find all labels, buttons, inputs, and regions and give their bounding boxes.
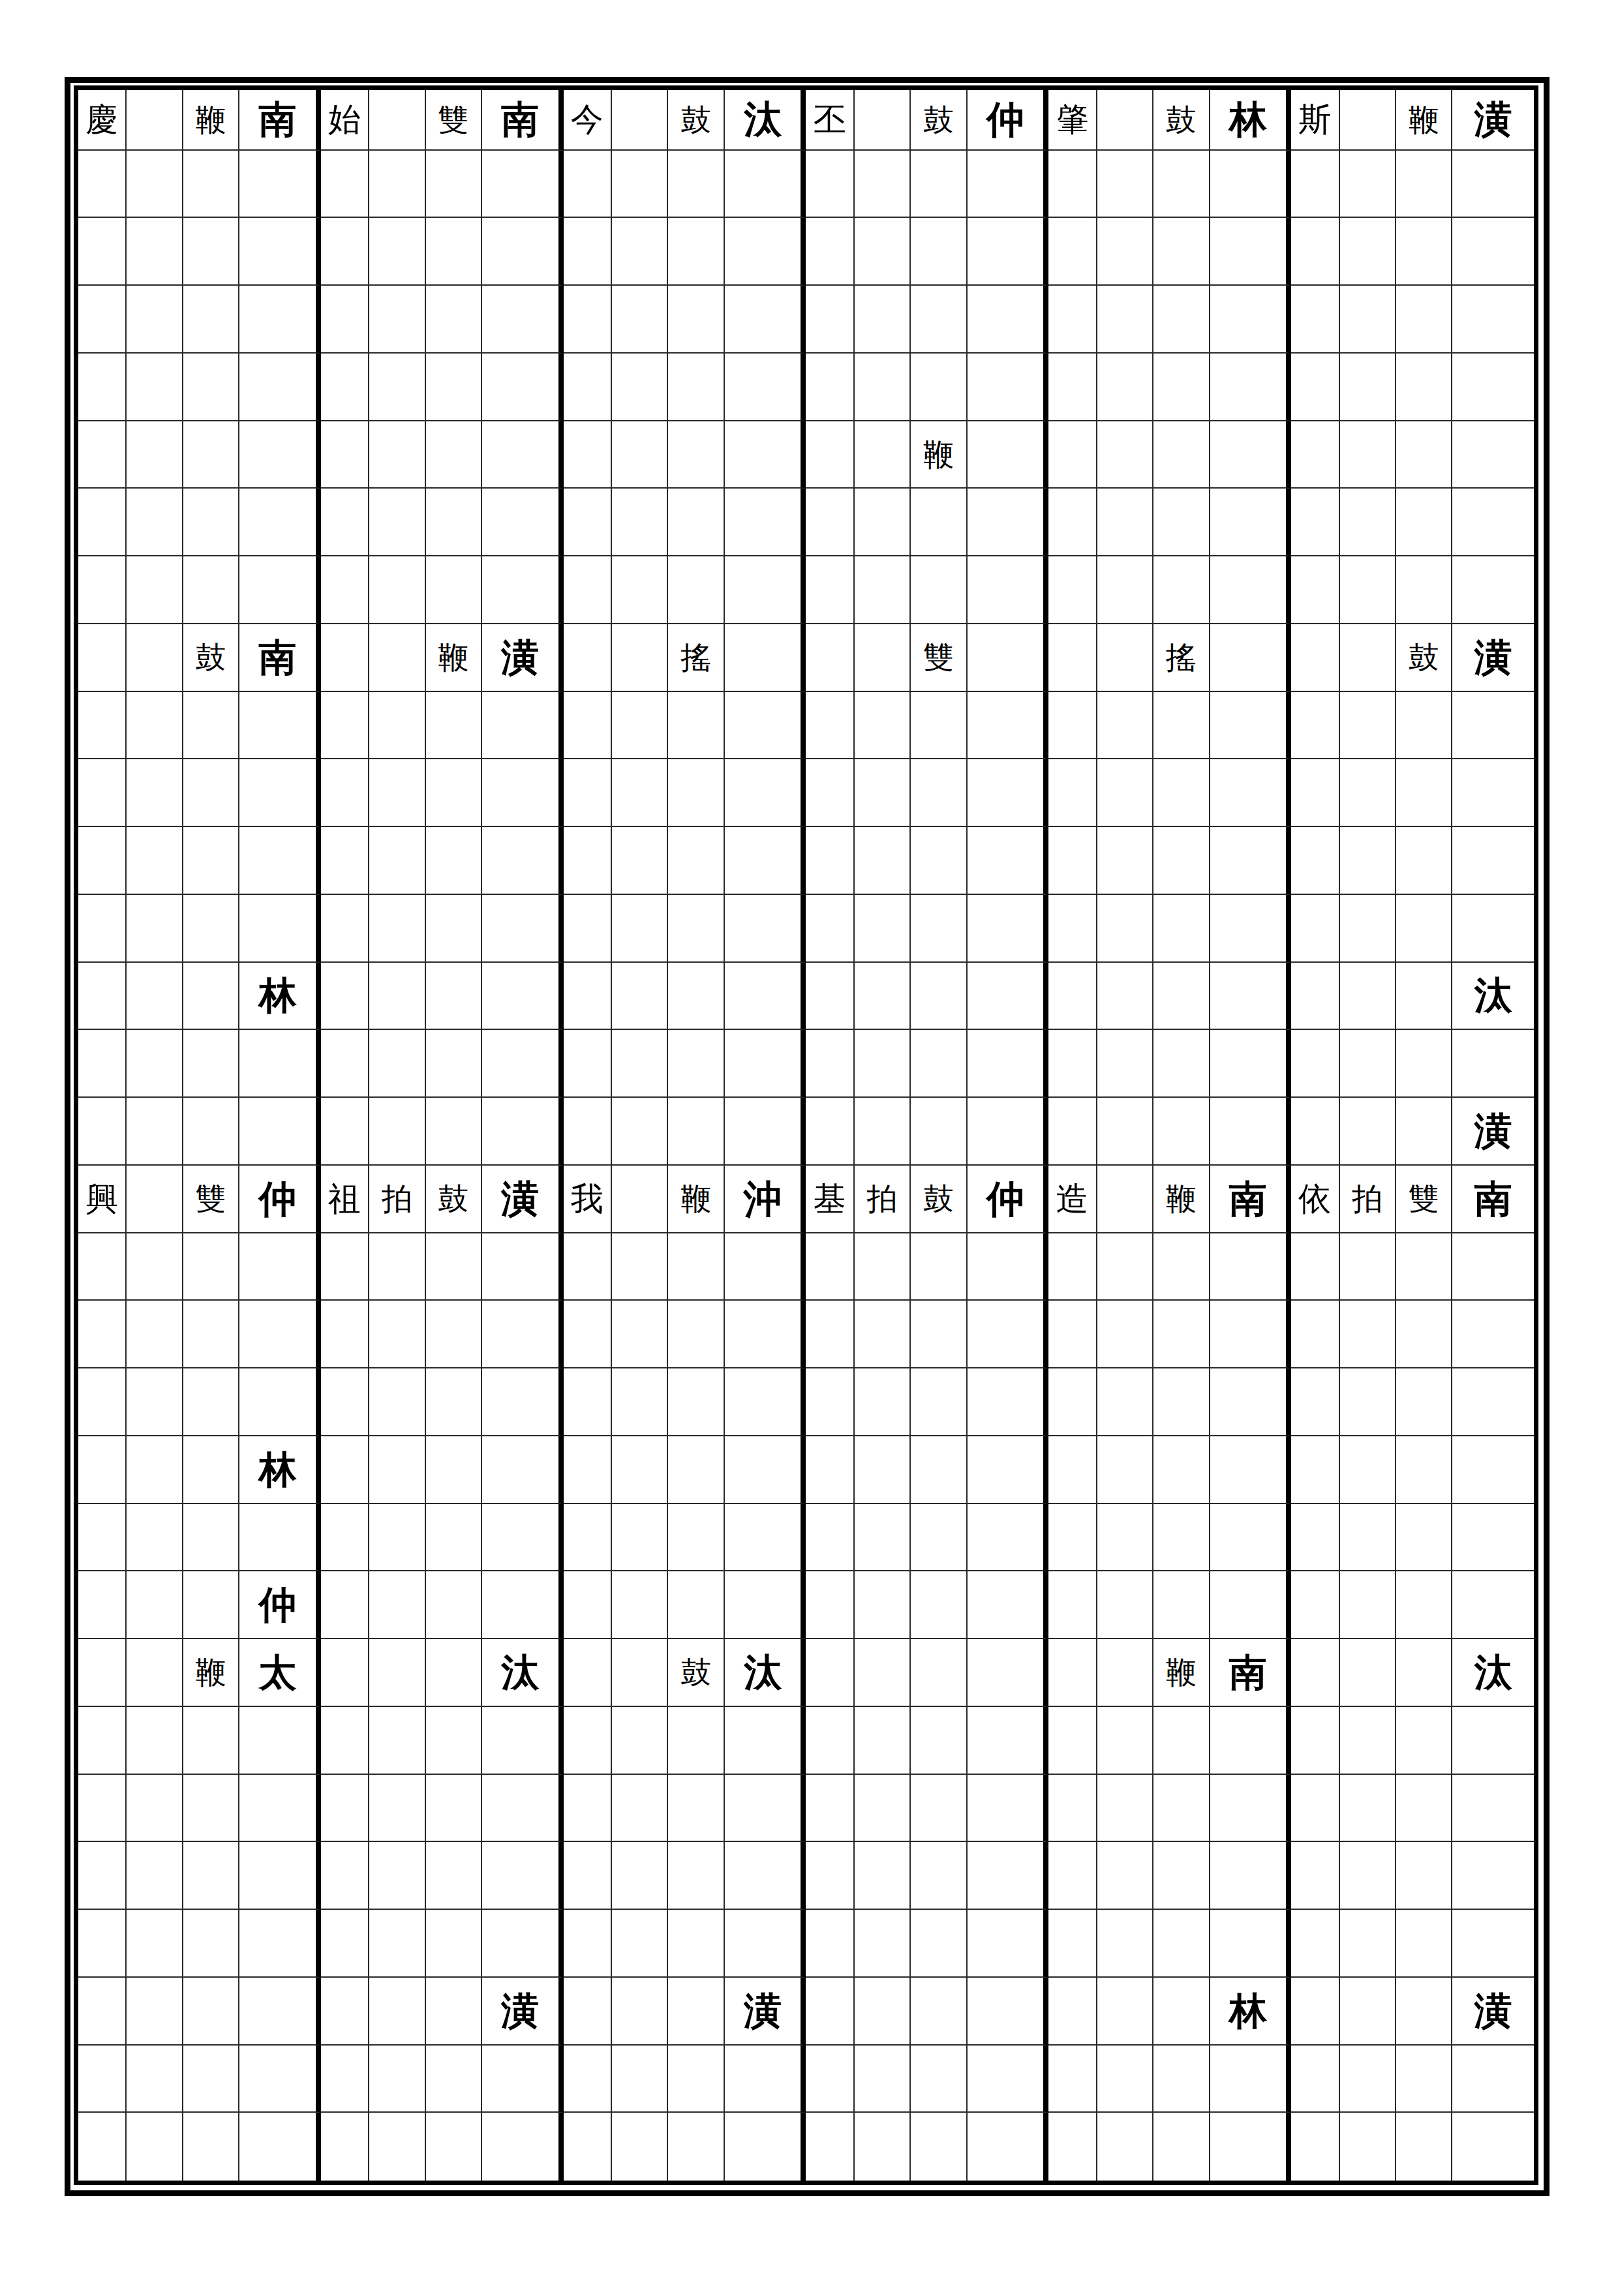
jeonggan-cell-r5c7	[426, 354, 482, 421]
jeonggan-cell-r3c8	[482, 218, 564, 286]
jeonggan-cell-r23c18	[1097, 1571, 1153, 1639]
jeonggan-cell-r2c13	[806, 151, 854, 219]
notation-char-drum: 雙	[923, 642, 954, 672]
jeonggan-cell-r15c7	[426, 1030, 482, 1098]
jeonggan-cell-r16c16	[968, 1098, 1049, 1166]
jeonggan-cell-r16c10	[612, 1098, 668, 1166]
jeonggan-cell-r5c3	[183, 354, 239, 421]
jeonggan-cell-r9c24: 潢	[1452, 624, 1534, 692]
jeonggan-cell-r19c23	[1396, 1301, 1452, 1368]
jeonggan-cell-r22c5	[321, 1504, 369, 1572]
jeonggan-cell-r14c1	[78, 963, 127, 1031]
jeonggan-cell-r18c1	[78, 1233, 127, 1301]
jeonggan-cell-r4c11	[668, 286, 724, 354]
jeonggan-cell-r22c18	[1097, 1504, 1153, 1572]
jeonggan-cell-r25c7	[426, 1707, 482, 1775]
jeonggan-cell-r6c15: 鞭	[911, 421, 967, 489]
jeonggan-cell-r20c18	[1097, 1368, 1153, 1436]
jeonggan-cell-r8c20	[1210, 556, 1292, 624]
jeonggan-cell-r18c16	[968, 1233, 1049, 1301]
jeonggan-cell-r6c2	[127, 421, 183, 489]
jeonggan-cell-r4c8	[482, 286, 564, 354]
jeonggan-cell-r18c24	[1452, 1233, 1534, 1301]
jeonggan-cell-r29c16	[968, 1978, 1049, 2046]
jeonggan-cell-r22c12	[725, 1504, 806, 1572]
jeonggan-cell-r3c16	[968, 218, 1049, 286]
jeonggan-cell-r5c5	[321, 354, 369, 421]
jeonggan-cell-r26c4	[239, 1775, 321, 1843]
jeonggan-cell-r6c12	[725, 421, 806, 489]
jeonggan-cell-r5c8	[482, 354, 564, 421]
jeonggan-cell-r21c11	[668, 1436, 724, 1504]
jeonggan-cell-r16c23	[1396, 1098, 1452, 1166]
jeonggan-cell-r29c11	[668, 1978, 724, 2046]
jeonggan-cell-r5c1	[78, 354, 127, 421]
jeonggan-cell-r24c10	[612, 1639, 668, 1707]
jeonggan-cell-r8c11	[668, 556, 724, 624]
jeonggan-cell-r6c4	[239, 421, 321, 489]
jeonggan-cell-r24c6	[369, 1639, 425, 1707]
jeonggan-cell-r19c13	[806, 1301, 854, 1368]
jeonggan-cell-r21c13	[806, 1436, 854, 1504]
jeonggan-cell-r22c3	[183, 1504, 239, 1572]
jeonggan-cell-r21c9	[564, 1436, 612, 1504]
jeonggan-cell-r18c7	[426, 1233, 482, 1301]
jeonggan-cell-r16c9	[564, 1098, 612, 1166]
jeonggan-cell-r12c23	[1396, 827, 1452, 895]
jeonggan-cell-r4c16	[968, 286, 1049, 354]
jeonggan-cell-r10c2	[127, 692, 183, 760]
jeonggan-cell-r28c17	[1048, 1910, 1097, 1978]
jeonggan-cell-r19c24	[1452, 1301, 1534, 1368]
jeonggan-cell-r25c12	[725, 1707, 806, 1775]
jeonggan-cell-r28c1	[78, 1910, 127, 1978]
jeonggan-cell-r20c2	[127, 1368, 183, 1436]
jeonggan-cell-r29c1	[78, 1978, 127, 2046]
jeonggan-cell-r2c22	[1340, 151, 1396, 219]
jeonggan-cell-r28c2	[127, 1910, 183, 1978]
jeonggan-cell-r28c16	[968, 1910, 1049, 1978]
jeonggan-cell-r2c2	[127, 151, 183, 219]
jeonggan-cell-r7c4	[239, 489, 321, 556]
jeonggan-cell-r12c15	[911, 827, 967, 895]
jeonggan-cell-r13c4	[239, 895, 321, 963]
jeonggan-cell-r4c12	[725, 286, 806, 354]
jeonggan-cell-r5c18	[1097, 354, 1153, 421]
jeonggan-cell-r23c19	[1153, 1571, 1210, 1639]
jeonggan-cell-r9c23: 鼓	[1396, 624, 1452, 692]
jeonggan-cell-r26c21	[1291, 1775, 1339, 1843]
jeonggan-cell-r20c6	[369, 1368, 425, 1436]
jeonggan-cell-r7c24	[1452, 489, 1534, 556]
jeonggan-cell-r31c18	[1097, 2113, 1153, 2181]
jeonggan-cell-r27c4	[239, 1842, 321, 1910]
jeonggan-cell-r27c17	[1048, 1842, 1097, 1910]
jeonggan-cell-r23c24	[1452, 1571, 1534, 1639]
jeonggan-cell-r9c15: 雙	[911, 624, 967, 692]
jeonggan-cell-r12c3	[183, 827, 239, 895]
jeonggan-cell-r20c4	[239, 1368, 321, 1436]
jeonggan-cell-r17c22: 拍	[1340, 1166, 1396, 1233]
jeonggan-cell-r16c19	[1153, 1098, 1210, 1166]
jeonggan-cell-r15c4	[239, 1030, 321, 1098]
jeonggan-cell-r9c8: 潢	[482, 624, 564, 692]
notation-char-drum: 鼓	[196, 642, 226, 672]
jeonggan-cell-r10c11	[668, 692, 724, 760]
notation-char-pitch: 南	[1229, 1654, 1267, 1691]
jeonggan-cell-r25c13	[806, 1707, 854, 1775]
jeonggan-cell-r3c10	[612, 218, 668, 286]
jeonggan-cell-r9c1	[78, 624, 127, 692]
jeonggan-cell-r6c18	[1097, 421, 1153, 489]
jeonggan-cell-r27c24	[1452, 1842, 1534, 1910]
jeonggan-cell-r7c16	[968, 489, 1049, 556]
jeonggan-cell-r22c11	[668, 1504, 724, 1572]
jeonggan-cell-r17c2	[127, 1166, 183, 1233]
jeonggan-cell-r15c21	[1291, 1030, 1339, 1098]
jeonggan-cell-r3c13	[806, 218, 854, 286]
jeonggan-cell-r29c5	[321, 1978, 369, 2046]
jeonggan-cell-r21c10	[612, 1436, 668, 1504]
jeonggan-cell-r22c2	[127, 1504, 183, 1572]
jeonggan-cell-r20c23	[1396, 1368, 1452, 1436]
jeonggan-cell-r30c17	[1048, 2046, 1097, 2113]
jeonggan-cell-r17c1: 興	[78, 1166, 127, 1233]
jeonggan-cell-r3c24	[1452, 218, 1534, 286]
jeonggan-cell-r6c11	[668, 421, 724, 489]
jeonggan-cell-r12c4	[239, 827, 321, 895]
jeonggan-cell-r1c13: 丕	[806, 90, 854, 151]
jeonggan-cell-r14c6	[369, 963, 425, 1031]
jeonggan-cell-r24c24: 汰	[1452, 1639, 1534, 1707]
jeonggan-cell-r18c12	[725, 1233, 806, 1301]
jeonggan-cell-r30c10	[612, 2046, 668, 2113]
jeonggan-cell-r24c22	[1340, 1639, 1396, 1707]
jeonggan-cell-r7c19	[1153, 489, 1210, 556]
jeonggan-cell-r27c12	[725, 1842, 806, 1910]
jeonggan-cell-r22c19	[1153, 1504, 1210, 1572]
jeonggan-cell-r26c13	[806, 1775, 854, 1843]
jeonggan-cell-r1c8: 南	[482, 90, 564, 151]
jeonggan-cell-r26c8	[482, 1775, 564, 1843]
jeonggan-cell-r2c9	[564, 151, 612, 219]
jeonggan-cell-r31c14	[855, 2113, 911, 2181]
jeonggan-cell-r14c15	[911, 963, 967, 1031]
jeonggan-cell-r11c6	[369, 759, 425, 827]
jeonggan-cell-r27c6	[369, 1842, 425, 1910]
jeonggan-cell-r17c10	[612, 1166, 668, 1233]
jeonggan-cell-r13c1	[78, 895, 127, 963]
jeonggan-cell-r30c9	[564, 2046, 612, 2113]
jeonggan-cell-r2c7	[426, 151, 482, 219]
jeonggan-cell-r28c4	[239, 1910, 321, 1978]
jeonggan-cell-r20c16	[968, 1368, 1049, 1436]
jeonggan-cell-r28c8	[482, 1910, 564, 1978]
notation-char-pitch: 潢	[1474, 639, 1512, 676]
notation-char-lyric: 基	[814, 1183, 846, 1215]
jeonggan-cell-r7c11	[668, 489, 724, 556]
jeonggan-cell-r9c17	[1048, 624, 1097, 692]
jeonggan-cell-r23c11	[668, 1571, 724, 1639]
jeonggan-cell-r25c20	[1210, 1707, 1292, 1775]
jeonggan-cell-r24c9	[564, 1639, 612, 1707]
jeonggan-cell-r27c14	[855, 1842, 911, 1910]
jeonggan-cell-r5c11	[668, 354, 724, 421]
notation-char-drum: 鞭	[1166, 1657, 1197, 1687]
jeonggan-cell-r17c7: 鼓	[426, 1166, 482, 1233]
jeonggan-cell-r13c5	[321, 895, 369, 963]
jeonggan-cell-r19c4	[239, 1301, 321, 1368]
jeonggan-cell-r4c13	[806, 286, 854, 354]
jeonggan-cell-r7c17	[1048, 489, 1097, 556]
jeonggan-cell-r13c9	[564, 895, 612, 963]
jeonggan-cell-r7c10	[612, 489, 668, 556]
jeonggan-cell-r15c16	[968, 1030, 1049, 1098]
jeonggan-cell-r24c1	[78, 1639, 127, 1707]
jeonggan-cell-r27c8	[482, 1842, 564, 1910]
jeonggan-cell-r11c23	[1396, 759, 1452, 827]
jeonggan-cell-r1c6	[369, 90, 425, 151]
jeonggan-cell-r19c5	[321, 1301, 369, 1368]
jeonggan-cell-r30c24	[1452, 2046, 1534, 2113]
jeonggan-cell-r23c7	[426, 1571, 482, 1639]
jeonggan-cell-r18c2	[127, 1233, 183, 1301]
jeonggan-cell-r12c11	[668, 827, 724, 895]
jeonggan-cell-r26c3	[183, 1775, 239, 1843]
jeonggan-cell-r27c23	[1396, 1842, 1452, 1910]
jeonggan-cell-r1c18	[1097, 90, 1153, 151]
jeonggan-cell-r17c13: 基	[806, 1166, 854, 1233]
jeonggan-cell-r18c5	[321, 1233, 369, 1301]
jeonggan-cell-r14c18	[1097, 963, 1153, 1031]
jeonggan-cell-r1c21: 斯	[1291, 90, 1339, 151]
jeonggan-cell-r22c7	[426, 1504, 482, 1572]
jeonggan-cell-r28c14	[855, 1910, 911, 1978]
jeonggan-cell-r19c10	[612, 1301, 668, 1368]
jeonggan-cell-r10c20	[1210, 692, 1292, 760]
jeonggan-cell-r6c22	[1340, 421, 1396, 489]
jeonggan-cell-r11c17	[1048, 759, 1097, 827]
jeonggan-cell-r5c22	[1340, 354, 1396, 421]
jeonggan-cell-r12c2	[127, 827, 183, 895]
jeonggan-cell-r12c19	[1153, 827, 1210, 895]
jeonggan-cell-r29c3	[183, 1978, 239, 2046]
jeonggan-cell-r1c7: 雙	[426, 90, 482, 151]
jeonggan-cell-r22c24	[1452, 1504, 1534, 1572]
jeonggan-cell-r8c9	[564, 556, 612, 624]
jeonggan-cell-r29c12: 潢	[725, 1978, 806, 2046]
jeonggan-cell-r21c14	[855, 1436, 911, 1504]
jeonggan-cell-r9c20	[1210, 624, 1292, 692]
jeonggan-cell-r25c22	[1340, 1707, 1396, 1775]
jeonggan-cell-r20c12	[725, 1368, 806, 1436]
jeonggan-cell-r4c20	[1210, 286, 1292, 354]
jeonggan-cell-r16c8	[482, 1098, 564, 1166]
jeonggan-cell-r21c1	[78, 1436, 127, 1504]
jeonggan-cell-r9c10	[612, 624, 668, 692]
jeonggan-cell-r10c13	[806, 692, 854, 760]
jeonggan-cell-r5c17	[1048, 354, 1097, 421]
jeonggan-cell-r2c16	[968, 151, 1049, 219]
jeonggan-cell-r25c4	[239, 1707, 321, 1775]
jeonggan-cell-r24c2	[127, 1639, 183, 1707]
jeonggan-cell-r18c13	[806, 1233, 854, 1301]
notation-char-pitch: 潢	[501, 639, 539, 676]
jeonggan-cell-r24c12: 汰	[725, 1639, 806, 1707]
jeonggan-cell-r4c3	[183, 286, 239, 354]
jeonggan-cell-r29c19	[1153, 1978, 1210, 2046]
jeonggan-cell-r4c5	[321, 286, 369, 354]
jeonggan-cell-r1c20: 林	[1210, 90, 1292, 151]
jeonggan-cell-r26c5	[321, 1775, 369, 1843]
jeonggan-cell-r13c16	[968, 895, 1049, 963]
jeonggan-cell-r9c22	[1340, 624, 1396, 692]
jeonggan-cell-r26c11	[668, 1775, 724, 1843]
jeonggan-cell-r15c12	[725, 1030, 806, 1098]
jeonggan-cell-r26c17	[1048, 1775, 1097, 1843]
jeonggan-cell-r20c8	[482, 1368, 564, 1436]
jeonggan-cell-r26c24	[1452, 1775, 1534, 1843]
jeonggan-cell-r24c8: 汰	[482, 1639, 564, 1707]
jeonggan-cell-r7c18	[1097, 489, 1153, 556]
jeonggan-cell-r5c21	[1291, 354, 1339, 421]
notation-char-drum: 鼓	[680, 1657, 711, 1687]
jeonggan-cell-r13c3	[183, 895, 239, 963]
jeonggan-cell-r13c10	[612, 895, 668, 963]
jeonggan-cell-r27c10	[612, 1842, 668, 1910]
jeonggan-cell-r14c2	[127, 963, 183, 1031]
jeonggan-cell-r28c11	[668, 1910, 724, 1978]
jeonggan-cell-r17c20: 南	[1210, 1166, 1292, 1233]
notation-char-drum: 鼓	[923, 1183, 954, 1214]
jeonggan-cell-r12c17	[1048, 827, 1097, 895]
jeonggan-cell-r20c21	[1291, 1368, 1339, 1436]
jeonggan-cell-r19c6	[369, 1301, 425, 1368]
jeonggan-cell-r3c4	[239, 218, 321, 286]
jeonggan-cell-r20c17	[1048, 1368, 1097, 1436]
jeonggan-cell-r5c6	[369, 354, 425, 421]
jeonggan-cell-r13c6	[369, 895, 425, 963]
jeonggan-cell-r24c3: 鞭	[183, 1639, 239, 1707]
jeonggan-cell-r5c24	[1452, 354, 1534, 421]
jeonggan-cell-r15c10	[612, 1030, 668, 1098]
jeonggan-cell-r11c13	[806, 759, 854, 827]
jeonggan-cell-r31c8	[482, 2113, 564, 2181]
jeonggan-cell-r22c23	[1396, 1504, 1452, 1572]
jeonggan-cell-r13c23	[1396, 895, 1452, 963]
jeonggan-cell-r5c9	[564, 354, 612, 421]
jeonggan-cell-r19c2	[127, 1301, 183, 1368]
jeonggan-cell-r12c21	[1291, 827, 1339, 895]
jeonggan-cell-r22c13	[806, 1504, 854, 1572]
jeonggan-cell-r8c13	[806, 556, 854, 624]
jeonggan-cell-r15c13	[806, 1030, 854, 1098]
jeonggan-cell-r18c15	[911, 1233, 967, 1301]
jeonggan-cell-r30c14	[855, 2046, 911, 2113]
jeonggan-cell-r30c13	[806, 2046, 854, 2113]
notation-char-pitch: 南	[259, 639, 297, 676]
jeonggan-cell-r31c20	[1210, 2113, 1292, 2181]
jeonggan-cell-r3c11	[668, 218, 724, 286]
jeonggan-cell-r10c5	[321, 692, 369, 760]
jeonggan-cell-r6c9	[564, 421, 612, 489]
jeonggan-cell-r23c21	[1291, 1571, 1339, 1639]
jeonggan-cell-r7c13	[806, 489, 854, 556]
jeonggan-cell-r26c7	[426, 1775, 482, 1843]
jeonggan-cell-r2c23	[1396, 151, 1452, 219]
jeonggan-cell-r16c20	[1210, 1098, 1292, 1166]
jeonggan-cell-r26c2	[127, 1775, 183, 1843]
jeonggan-cell-r13c13	[806, 895, 854, 963]
jeonggan-cell-r28c19	[1153, 1910, 1210, 1978]
jeonggan-cell-r14c19	[1153, 963, 1210, 1031]
jeonggan-cell-r13c24	[1452, 895, 1534, 963]
jeonggan-cell-r6c5	[321, 421, 369, 489]
jeonggan-cell-r20c13	[806, 1368, 854, 1436]
jeonggan-cell-r4c7	[426, 286, 482, 354]
jeonggan-cell-r24c19: 鞭	[1153, 1639, 1210, 1707]
notation-char-pitch: 潢	[1474, 1112, 1512, 1150]
jeonggan-cell-r4c24	[1452, 286, 1534, 354]
jeonggan-cell-r16c24: 潢	[1452, 1098, 1534, 1166]
jeonggan-cell-r1c2	[127, 90, 183, 151]
jeonggan-cell-r2c10	[612, 151, 668, 219]
jeonggan-cell-r12c8	[482, 827, 564, 895]
jeonggan-cell-r15c18	[1097, 1030, 1153, 1098]
jeonggan-cell-r26c19	[1153, 1775, 1210, 1843]
jeonggan-cell-r1c22	[1340, 90, 1396, 151]
jeonggan-cell-r14c23	[1396, 963, 1452, 1031]
jeonggan-cell-r9c2	[127, 624, 183, 692]
jeonggan-cell-r9c11: 搖	[668, 624, 724, 692]
jeonggan-cell-r5c14	[855, 354, 911, 421]
jeonggan-cell-r31c12	[725, 2113, 806, 2181]
jeonggan-cell-r11c4	[239, 759, 321, 827]
jeonggan-cell-r19c17	[1048, 1301, 1097, 1368]
jeonggan-cell-r4c19	[1153, 286, 1210, 354]
jeonggan-cell-r2c5	[321, 151, 369, 219]
jeonggan-cell-r15c11	[668, 1030, 724, 1098]
jeonggan-cell-r24c18	[1097, 1639, 1153, 1707]
jeonggan-cell-r31c4	[239, 2113, 321, 2181]
notation-char-pitch: 汰	[744, 1654, 782, 1691]
jeonggan-cell-r29c21	[1291, 1978, 1339, 2046]
jeonggan-cell-r31c6	[369, 2113, 425, 2181]
jeonggan-cell-r8c3	[183, 556, 239, 624]
notation-char-pitch: 太	[259, 1654, 297, 1691]
jeonggan-cell-r27c3	[183, 1842, 239, 1910]
notation-char-pitch: 汰	[1474, 976, 1512, 1014]
jeonggan-cell-r6c14	[855, 421, 911, 489]
jeonggan-cell-r29c6	[369, 1978, 425, 2046]
jeonggan-cell-r4c18	[1097, 286, 1153, 354]
jeonggan-cell-r8c14	[855, 556, 911, 624]
jeonggan-cell-r17c21: 依	[1291, 1166, 1339, 1233]
jeonggan-cell-r31c22	[1340, 2113, 1396, 2181]
jeonggan-cell-r1c9: 今	[564, 90, 612, 151]
notation-char-drum: 鼓	[438, 1183, 468, 1214]
jeonggan-cell-r3c9	[564, 218, 612, 286]
jeonggan-cell-r6c6	[369, 421, 425, 489]
jeonggan-cell-r2c18	[1097, 151, 1153, 219]
jeonggan-cell-r30c2	[127, 2046, 183, 2113]
jeonggan-cell-r13c17	[1048, 895, 1097, 963]
notation-char-lyric: 始	[328, 103, 361, 136]
jeonggan-cell-r8c16	[968, 556, 1049, 624]
jeonggan-cell-r2c11	[668, 151, 724, 219]
jeonggan-cell-r13c2	[127, 895, 183, 963]
notation-char-lyric: 我	[571, 1183, 603, 1215]
